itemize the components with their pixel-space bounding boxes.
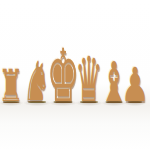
king-piece: ♚ — [46, 39, 79, 112]
rook-piece: ♜ — [0, 64, 23, 108]
pawn-piece: ♟ — [121, 61, 150, 108]
chess-pieces-photo: ♜ ♞ ♚ ♛ ♝ ♟ — [0, 0, 150, 150]
